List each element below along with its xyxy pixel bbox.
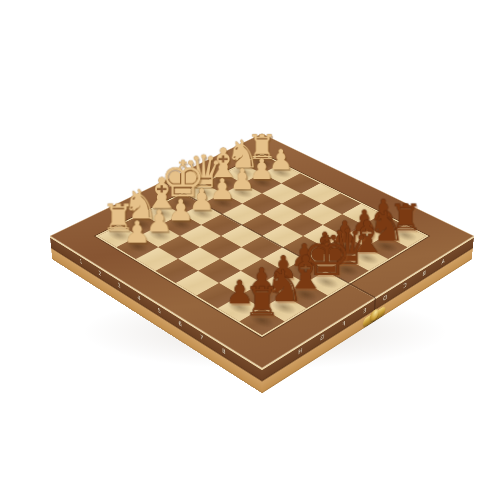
product-photo-chess-set: ♜♟♟♜♞♟♟♞♝♟♟♝♛♟♟♛♚♟♟♚♝♟♟♝♞♟♟♞♜♟♟♜ ABCDEFG… bbox=[0, 0, 500, 500]
square-e4[interactable] bbox=[221, 225, 262, 247]
piece-bR-h8[interactable]: ♜ bbox=[229, 281, 295, 321]
square-h8[interactable]: ♜ bbox=[240, 308, 285, 335]
piece-wP-h2[interactable]: ♟ bbox=[107, 217, 168, 247]
